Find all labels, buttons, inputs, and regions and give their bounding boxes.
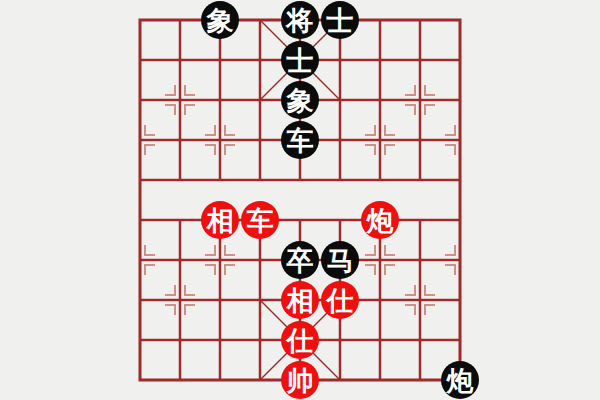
piece-black-advisor[interactable]: 士 bbox=[321, 1, 359, 39]
piece-red-elephant[interactable]: 相 bbox=[281, 281, 319, 319]
xiangqi-board[interactable]: 象将士士象车相车炮卒马相仕仕帅炮 bbox=[120, 0, 480, 400]
piece-red-general[interactable]: 帅 bbox=[281, 361, 319, 399]
piece-red-elephant[interactable]: 相 bbox=[201, 201, 239, 239]
piece-red-cannon[interactable]: 炮 bbox=[361, 201, 399, 239]
piece-red-advisor[interactable]: 仕 bbox=[321, 281, 359, 319]
piece-black-horse[interactable]: 马 bbox=[321, 241, 359, 279]
piece-black-chariot[interactable]: 车 bbox=[281, 121, 319, 159]
piece-black-cannon[interactable]: 炮 bbox=[441, 361, 479, 399]
xiangqi-app: 象将士士象车相车炮卒马相仕仕帅炮 bbox=[0, 0, 600, 400]
piece-black-general[interactable]: 将 bbox=[281, 1, 319, 39]
piece-black-elephant[interactable]: 象 bbox=[281, 81, 319, 119]
piece-black-soldier[interactable]: 卒 bbox=[281, 241, 319, 279]
piece-black-elephant[interactable]: 象 bbox=[201, 1, 239, 39]
piece-red-chariot[interactable]: 车 bbox=[241, 201, 279, 239]
piece-black-advisor[interactable]: 士 bbox=[281, 41, 319, 79]
piece-red-advisor[interactable]: 仕 bbox=[281, 321, 319, 359]
